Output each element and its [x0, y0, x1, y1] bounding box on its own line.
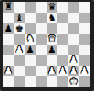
square-a3[interactable] [3, 55, 14, 66]
piece-black-pawn: ♟ [4, 23, 13, 33]
square-f1[interactable] [57, 76, 68, 87]
square-f3[interactable] [57, 55, 68, 66]
piece-black-rook: ♜ [4, 2, 13, 12]
square-g1[interactable]: ♚ [68, 76, 79, 87]
piece-white-pawn: ♟ [15, 45, 24, 55]
square-b7[interactable]: ♝ [14, 13, 25, 24]
square-f8[interactable] [57, 2, 68, 13]
square-e3[interactable] [47, 55, 58, 66]
square-e8[interactable]: ♛ [47, 2, 58, 13]
piece-white-king: ♚ [69, 76, 78, 86]
square-g4[interactable] [68, 45, 79, 56]
square-c3[interactable] [25, 55, 36, 66]
square-e7[interactable]: ♞ [47, 13, 58, 24]
square-h6[interactable] [79, 23, 90, 34]
square-e2[interactable]: ♟ [47, 66, 58, 77]
piece-black-queen: ♛ [47, 2, 56, 12]
square-a1[interactable] [3, 76, 14, 87]
square-c5[interactable]: ♞ [25, 34, 36, 45]
piece-black-knight: ♞ [47, 13, 56, 23]
square-d6[interactable] [36, 23, 47, 34]
piece-white-knight: ♞ [26, 34, 35, 44]
square-e6[interactable] [47, 23, 58, 34]
square-a2[interactable]: ♟ [3, 66, 14, 77]
square-h2[interactable]: ♟ [79, 66, 90, 77]
square-d1[interactable] [36, 76, 47, 87]
square-b8[interactable] [14, 2, 25, 13]
piece-white-pawn: ♟ [69, 66, 78, 76]
square-b5[interactable] [14, 34, 25, 45]
square-a7[interactable] [3, 13, 14, 24]
square-f2[interactable]: ♟ [57, 66, 68, 77]
square-b3[interactable] [14, 55, 25, 66]
square-c1[interactable] [25, 76, 36, 87]
square-b2[interactable] [14, 66, 25, 77]
square-d8[interactable] [36, 2, 47, 13]
square-h1[interactable] [79, 76, 90, 87]
square-h8[interactable] [79, 2, 90, 13]
piece-black-king: ♚ [15, 23, 24, 33]
square-b4[interactable]: ♟ [14, 45, 25, 56]
square-c2[interactable] [25, 66, 36, 77]
square-a5[interactable] [3, 34, 14, 45]
piece-white-pawn: ♟ [47, 66, 56, 76]
piece-white-pawn: ♟ [58, 66, 67, 76]
square-c7[interactable] [25, 13, 36, 24]
piece-white-queen: ♛ [47, 34, 56, 44]
square-f4[interactable] [57, 45, 68, 56]
square-e1[interactable] [47, 76, 58, 87]
square-h4[interactable] [79, 45, 90, 56]
square-f6[interactable] [57, 23, 68, 34]
square-g7[interactable] [68, 13, 79, 24]
square-a4[interactable] [3, 45, 14, 56]
square-f5[interactable] [57, 34, 68, 45]
square-e4[interactable]: ♟ [47, 45, 58, 56]
piece-white-pawn: ♟ [80, 66, 89, 76]
square-g3[interactable]: ♟ [68, 55, 79, 66]
square-g8[interactable] [68, 2, 79, 13]
square-b1[interactable] [14, 76, 25, 87]
chess-board: ♜♛♝♞♟♚♞♛♟♟♟♟♟♟♟♟♟♚ [3, 2, 90, 87]
square-f7[interactable] [57, 13, 68, 24]
square-d5[interactable] [36, 34, 47, 45]
square-c8[interactable] [25, 2, 36, 13]
square-g2[interactable]: ♟ [68, 66, 79, 77]
square-g6[interactable] [68, 23, 79, 34]
piece-black-bishop: ♝ [15, 13, 24, 23]
piece-white-pawn: ♟ [4, 66, 13, 76]
square-d4[interactable] [36, 45, 47, 56]
square-d7[interactable] [36, 13, 47, 24]
square-c6[interactable] [25, 23, 36, 34]
piece-white-pawn: ♟ [69, 55, 78, 65]
square-b6[interactable]: ♚ [14, 23, 25, 34]
chess-diagram: ♜♛♝♞♟♚♞♛♟♟♟♟♟♟♟♟♟♚ [0, 0, 94, 91]
square-c4[interactable]: ♟ [25, 45, 36, 56]
square-e5[interactable]: ♛ [47, 34, 58, 45]
piece-black-pawn: ♟ [26, 45, 35, 55]
piece-black-pawn: ♟ [47, 45, 56, 55]
square-h3[interactable] [79, 55, 90, 66]
square-d3[interactable] [36, 55, 47, 66]
square-a8[interactable]: ♜ [3, 2, 14, 13]
square-a6[interactable]: ♟ [3, 23, 14, 34]
square-h5[interactable] [79, 34, 90, 45]
square-g5[interactable] [68, 34, 79, 45]
square-d2[interactable] [36, 66, 47, 77]
square-h7[interactable] [79, 13, 90, 24]
